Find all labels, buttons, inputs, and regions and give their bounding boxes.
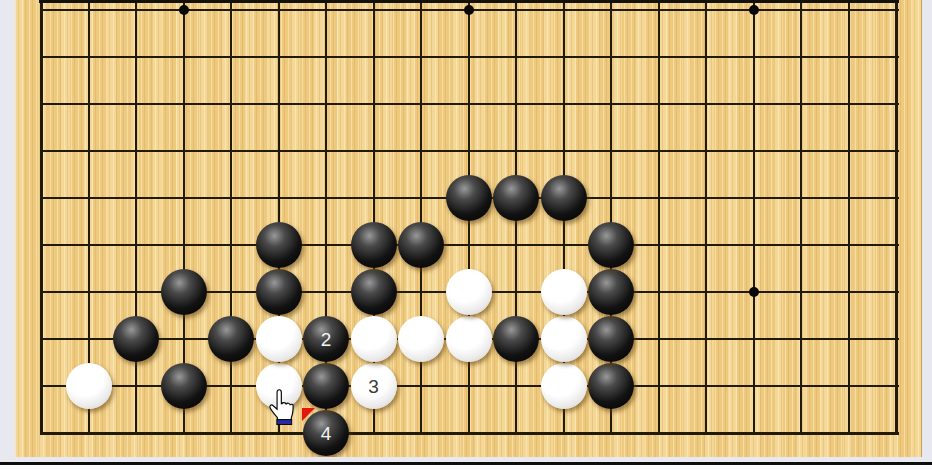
window-bottom-strip [0,465,932,470]
black-stone-N4 [588,269,634,315]
black-stone-G2 [303,363,349,409]
star-point [749,287,759,297]
black-stone-E3 [208,316,254,362]
hand-cursor-icon [267,389,295,425]
black-stone-H5 [351,222,397,268]
black-stone-N3 [588,316,634,362]
black-stone-K6 [446,175,492,221]
white-stone-K3 [446,316,492,362]
black-stone-C3 [113,316,159,362]
black-stone-L6 [493,175,539,221]
grid-vline [40,0,43,435]
grid-vline [895,0,898,435]
black-stone-G3: 2 [303,316,349,362]
grid-vline [230,0,232,435]
grid-vline [848,0,850,435]
go-app-window: 423 [0,0,932,470]
grid-hline [40,103,899,105]
white-stone-J3 [398,316,444,362]
red-flag-marker [302,408,315,421]
white-stone-M4 [541,269,587,315]
black-stone-F5 [256,222,302,268]
grid-vline [753,0,755,435]
black-stone-H4 [351,269,397,315]
star-point [749,5,759,15]
grid-vline [135,0,137,435]
grid-vline [800,0,802,435]
grid-hline [40,432,899,435]
grid-vline [705,0,707,435]
black-stone-D2 [161,363,207,409]
white-stone-M2 [541,363,587,409]
white-stone-F3 [256,316,302,362]
white-stone-H2: 3 [351,363,397,409]
grid-vline [658,0,660,435]
star-point [464,5,474,15]
black-stone-L3 [493,316,539,362]
grid-hline [40,56,899,58]
black-stone-M6 [541,175,587,221]
board-clip-edge [39,0,899,3]
move-number-label: 3 [368,377,379,396]
black-stone-J5 [398,222,444,268]
white-stone-B2 [66,363,112,409]
white-stone-K4 [446,269,492,315]
black-stone-D4 [161,269,207,315]
black-stone-N5 [588,222,634,268]
grid-vline [420,0,422,435]
grid-hline [40,244,899,246]
move-number-label: 4 [321,424,332,443]
white-stone-H3 [351,316,397,362]
black-stone-F4 [256,269,302,315]
white-stone-M3 [541,316,587,362]
grid-hline [40,150,899,152]
star-point [179,5,189,15]
black-stone-N2 [588,363,634,409]
move-number-label: 2 [321,330,332,349]
